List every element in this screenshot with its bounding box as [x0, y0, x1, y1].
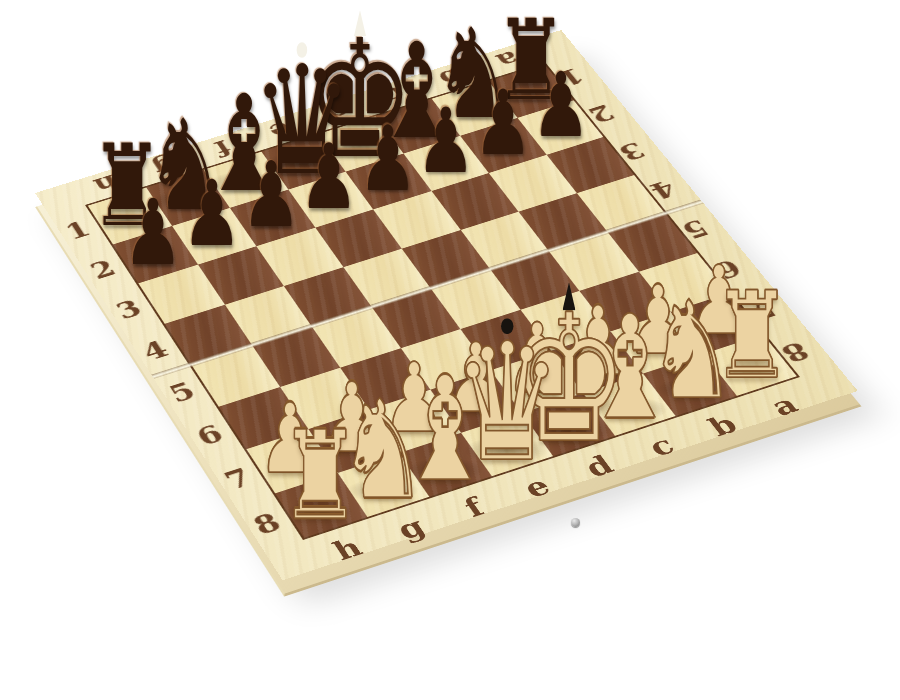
photo-stage: 1122334455667788hhggffeeddccbbaa ♜♞♝♚♛♝♞… — [0, 0, 900, 700]
king-cone-finial — [562, 282, 575, 310]
king-cone-finial — [354, 10, 366, 36]
piece-black-pawn-h2[interactable]: ♟ — [122, 187, 182, 278]
clasp-screw — [571, 518, 580, 527]
piece-black-pawn-a2[interactable]: ♟ — [531, 60, 590, 149]
pieces-layer: ♜♞♝♚♛♝♞♜♟♟♟♟♟♟♟♟♟♟♟♟♟♟♟♟♜♞♝♚♛♝♞♜ — [0, 0, 900, 700]
piece-white-rook-h8[interactable]: ♜ — [279, 415, 360, 537]
piece-black-pawn-c2[interactable]: ♟ — [416, 96, 476, 186]
piece-black-pawn-b2[interactable]: ♟ — [474, 78, 534, 168]
piece-black-pawn-f2[interactable]: ♟ — [241, 151, 301, 241]
piece-black-pawn-d2[interactable]: ♟ — [358, 114, 418, 204]
queen-ball-finial — [296, 42, 307, 57]
piece-black-pawn-e2[interactable]: ♟ — [299, 132, 359, 222]
queen-ball-finial — [501, 318, 513, 334]
piece-black-pawn-g2[interactable]: ♟ — [182, 169, 242, 260]
